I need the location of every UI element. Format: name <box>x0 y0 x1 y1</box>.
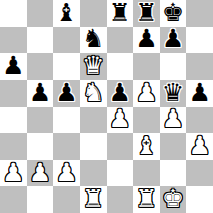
square-f3[interactable]: ♝ <box>133 133 160 160</box>
piece-white-pawn[interactable]: ♟ <box>55 160 77 185</box>
piece-black-rook[interactable]: ♜ <box>109 0 131 25</box>
square-a1[interactable] <box>0 186 27 213</box>
square-h6[interactable] <box>186 53 213 80</box>
square-f5[interactable]: ♟ <box>133 80 160 107</box>
piece-black-knight[interactable]: ♞ <box>82 27 104 52</box>
square-e8[interactable]: ♜ <box>107 0 134 27</box>
square-e7[interactable] <box>107 27 134 54</box>
square-d7[interactable]: ♞ <box>80 27 107 54</box>
square-d5[interactable]: ♞ <box>80 80 107 107</box>
square-b3[interactable] <box>27 133 54 160</box>
square-h3[interactable]: ♟ <box>186 133 213 160</box>
square-g8[interactable]: ♚ <box>160 0 187 27</box>
piece-black-pawn[interactable]: ♟ <box>188 80 210 105</box>
piece-black-pawn[interactable]: ♟ <box>109 80 131 105</box>
piece-white-rook[interactable]: ♜ <box>135 186 157 211</box>
square-e2[interactable] <box>107 160 134 187</box>
square-g5[interactable]: ♛ <box>160 80 187 107</box>
piece-black-queen[interactable]: ♛ <box>162 80 184 105</box>
piece-white-queen[interactable]: ♛ <box>82 53 104 78</box>
square-f8[interactable]: ♜ <box>133 0 160 27</box>
square-c4[interactable] <box>53 107 80 134</box>
square-f2[interactable] <box>133 160 160 187</box>
piece-white-king[interactable]: ♚ <box>162 186 184 211</box>
square-d6[interactable]: ♛ <box>80 53 107 80</box>
square-f7[interactable]: ♟ <box>133 27 160 54</box>
square-g7[interactable]: ♟ <box>160 27 187 54</box>
square-g3[interactable] <box>160 133 187 160</box>
square-e6[interactable] <box>107 53 134 80</box>
square-f1[interactable]: ♜ <box>133 186 160 213</box>
piece-black-king[interactable]: ♚ <box>162 0 184 25</box>
square-b5[interactable]: ♟ <box>27 80 54 107</box>
square-a7[interactable] <box>0 27 27 54</box>
square-c6[interactable] <box>53 53 80 80</box>
square-h7[interactable] <box>186 27 213 54</box>
square-c3[interactable] <box>53 133 80 160</box>
square-b1[interactable] <box>27 186 54 213</box>
square-b4[interactable] <box>27 107 54 134</box>
square-h1[interactable] <box>186 186 213 213</box>
square-a4[interactable] <box>0 107 27 134</box>
square-e4[interactable]: ♟ <box>107 107 134 134</box>
piece-white-bishop[interactable]: ♝ <box>135 133 157 158</box>
piece-black-rook[interactable]: ♜ <box>135 0 157 25</box>
square-h4[interactable] <box>186 107 213 134</box>
square-b8[interactable] <box>27 0 54 27</box>
square-e1[interactable] <box>107 186 134 213</box>
square-e5[interactable]: ♟ <box>107 80 134 107</box>
piece-white-pawn[interactable]: ♟ <box>29 160 51 185</box>
square-a3[interactable] <box>0 133 27 160</box>
piece-black-pawn[interactable]: ♟ <box>29 80 51 105</box>
piece-black-pawn[interactable]: ♟ <box>135 27 157 52</box>
piece-white-pawn[interactable]: ♟ <box>109 107 131 132</box>
piece-black-bishop[interactable]: ♝ <box>55 0 77 25</box>
piece-black-pawn[interactable]: ♟ <box>2 53 24 78</box>
square-g2[interactable] <box>160 160 187 187</box>
square-d2[interactable] <box>80 160 107 187</box>
square-a6[interactable]: ♟ <box>0 53 27 80</box>
piece-white-knight[interactable]: ♞ <box>82 80 104 105</box>
square-d8[interactable] <box>80 0 107 27</box>
square-g1[interactable]: ♚ <box>160 186 187 213</box>
square-f6[interactable] <box>133 53 160 80</box>
square-d3[interactable] <box>80 133 107 160</box>
square-c8[interactable]: ♝ <box>53 0 80 27</box>
square-a2[interactable]: ♟ <box>0 160 27 187</box>
chess-board: ♝♜♜♚♞♟♟♟♛♟♟♞♟♟♛♟♟♟♝♟♟♟♟♜♜♚ <box>0 0 213 213</box>
square-b2[interactable]: ♟ <box>27 160 54 187</box>
piece-white-rook[interactable]: ♜ <box>82 186 104 211</box>
piece-white-pawn[interactable]: ♟ <box>162 107 184 132</box>
square-a8[interactable] <box>0 0 27 27</box>
square-c2[interactable]: ♟ <box>53 160 80 187</box>
square-h5[interactable]: ♟ <box>186 80 213 107</box>
piece-white-pawn[interactable]: ♟ <box>2 160 24 185</box>
square-b6[interactable] <box>27 53 54 80</box>
square-d4[interactable] <box>80 107 107 134</box>
square-h2[interactable] <box>186 160 213 187</box>
square-f4[interactable] <box>133 107 160 134</box>
square-h8[interactable] <box>186 0 213 27</box>
piece-black-pawn[interactable]: ♟ <box>55 80 77 105</box>
square-c5[interactable]: ♟ <box>53 80 80 107</box>
square-g4[interactable]: ♟ <box>160 107 187 134</box>
square-c7[interactable] <box>53 27 80 54</box>
square-g6[interactable] <box>160 53 187 80</box>
piece-white-pawn[interactable]: ♟ <box>188 133 210 158</box>
square-d1[interactable]: ♜ <box>80 186 107 213</box>
square-e3[interactable] <box>107 133 134 160</box>
square-a5[interactable] <box>0 80 27 107</box>
square-b7[interactable] <box>27 27 54 54</box>
piece-black-pawn[interactable]: ♟ <box>162 27 184 52</box>
piece-white-pawn[interactable]: ♟ <box>135 80 157 105</box>
square-c1[interactable] <box>53 186 80 213</box>
